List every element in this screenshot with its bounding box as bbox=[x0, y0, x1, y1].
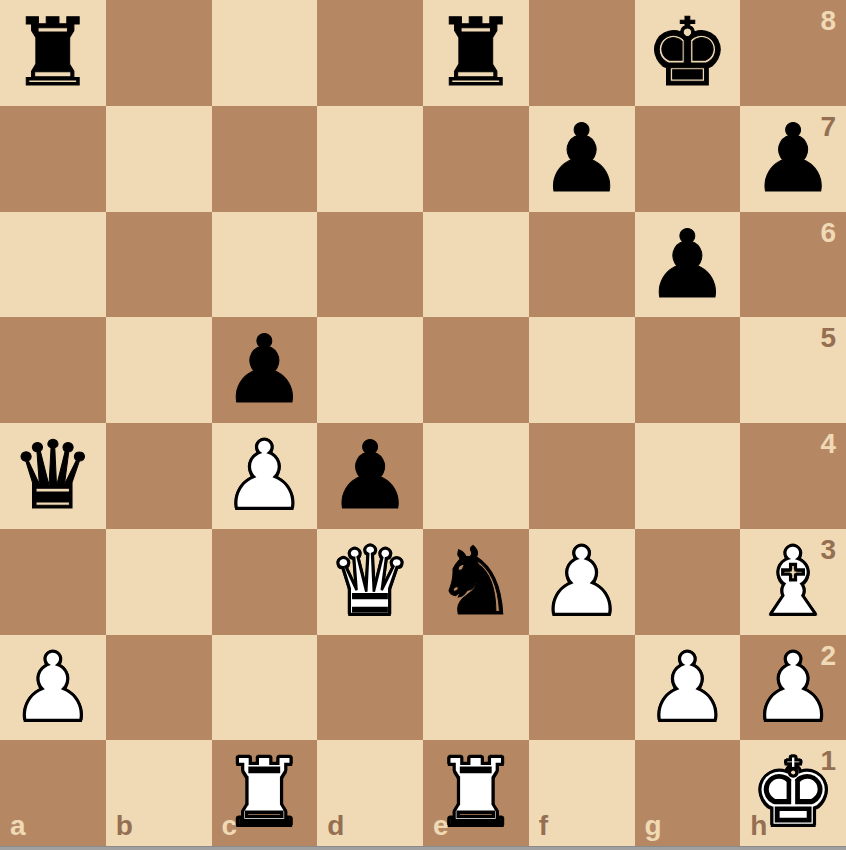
file-label-b: b bbox=[116, 812, 133, 840]
piece-white-queen[interactable]: ♛ bbox=[328, 529, 412, 635]
chess-board: ♜♜♚8♟7♟♟6♟5♛♟♟4♛♞♟3♝♟♟2♟abc♜de♜fg1h♚ bbox=[0, 0, 846, 846]
square-e7[interactable] bbox=[423, 106, 529, 212]
square-f3[interactable]: ♟ bbox=[529, 529, 635, 635]
square-h2[interactable]: 2♟ bbox=[740, 635, 846, 741]
square-a1[interactable]: a bbox=[0, 740, 106, 846]
square-g6[interactable]: ♟ bbox=[635, 212, 741, 318]
square-e2[interactable] bbox=[423, 635, 529, 741]
square-a7[interactable] bbox=[0, 106, 106, 212]
square-d2[interactable] bbox=[317, 635, 423, 741]
square-h6[interactable]: 6 bbox=[740, 212, 846, 318]
square-d7[interactable] bbox=[317, 106, 423, 212]
rank-label-8: 8 bbox=[820, 7, 836, 35]
file-label-a: a bbox=[10, 812, 26, 840]
square-e1[interactable]: e♜ bbox=[423, 740, 529, 846]
square-f6[interactable] bbox=[529, 212, 635, 318]
piece-white-pawn[interactable]: ♟ bbox=[11, 635, 95, 741]
square-g1[interactable]: g bbox=[635, 740, 741, 846]
bottom-strip bbox=[0, 846, 846, 850]
piece-black-pawn[interactable]: ♟ bbox=[222, 317, 306, 423]
square-d6[interactable] bbox=[317, 212, 423, 318]
square-a6[interactable] bbox=[0, 212, 106, 318]
square-g5[interactable] bbox=[635, 317, 741, 423]
square-h8[interactable]: 8 bbox=[740, 0, 846, 106]
square-d8[interactable] bbox=[317, 0, 423, 106]
piece-white-king[interactable]: ♚ bbox=[751, 740, 835, 846]
square-f2[interactable] bbox=[529, 635, 635, 741]
piece-white-rook[interactable]: ♜ bbox=[434, 740, 518, 846]
piece-white-bishop[interactable]: ♝ bbox=[751, 529, 835, 635]
piece-black-pawn[interactable]: ♟ bbox=[751, 106, 835, 212]
square-h5[interactable]: 5 bbox=[740, 317, 846, 423]
piece-white-rook[interactable]: ♜ bbox=[222, 740, 306, 846]
square-c4[interactable]: ♟ bbox=[212, 423, 318, 529]
square-f1[interactable]: f bbox=[529, 740, 635, 846]
square-c7[interactable] bbox=[212, 106, 318, 212]
square-b7[interactable] bbox=[106, 106, 212, 212]
square-h7[interactable]: 7♟ bbox=[740, 106, 846, 212]
square-c3[interactable] bbox=[212, 529, 318, 635]
square-d1[interactable]: d bbox=[317, 740, 423, 846]
square-b3[interactable] bbox=[106, 529, 212, 635]
rank-label-6: 6 bbox=[820, 219, 836, 247]
rank-label-4: 4 bbox=[820, 430, 836, 458]
square-d3[interactable]: ♛ bbox=[317, 529, 423, 635]
square-b6[interactable] bbox=[106, 212, 212, 318]
piece-white-pawn[interactable]: ♟ bbox=[751, 635, 835, 741]
square-c5[interactable]: ♟ bbox=[212, 317, 318, 423]
square-h1[interactable]: 1h♚ bbox=[740, 740, 846, 846]
piece-black-king[interactable]: ♚ bbox=[645, 0, 729, 106]
square-c6[interactable] bbox=[212, 212, 318, 318]
square-g4[interactable] bbox=[635, 423, 741, 529]
rank-label-5: 5 bbox=[820, 324, 836, 352]
piece-black-pawn[interactable]: ♟ bbox=[645, 212, 729, 318]
square-f4[interactable] bbox=[529, 423, 635, 529]
square-a3[interactable] bbox=[0, 529, 106, 635]
square-e3[interactable]: ♞ bbox=[423, 529, 529, 635]
file-label-f: f bbox=[539, 812, 548, 840]
square-f7[interactable]: ♟ bbox=[529, 106, 635, 212]
piece-black-queen[interactable]: ♛ bbox=[11, 423, 95, 529]
square-b1[interactable]: b bbox=[106, 740, 212, 846]
square-d5[interactable] bbox=[317, 317, 423, 423]
square-b2[interactable] bbox=[106, 635, 212, 741]
square-e5[interactable] bbox=[423, 317, 529, 423]
square-h4[interactable]: 4 bbox=[740, 423, 846, 529]
square-c2[interactable] bbox=[212, 635, 318, 741]
square-g2[interactable]: ♟ bbox=[635, 635, 741, 741]
square-a8[interactable]: ♜ bbox=[0, 0, 106, 106]
square-a5[interactable] bbox=[0, 317, 106, 423]
file-label-g: g bbox=[645, 812, 662, 840]
square-d4[interactable]: ♟ bbox=[317, 423, 423, 529]
square-b5[interactable] bbox=[106, 317, 212, 423]
piece-white-pawn[interactable]: ♟ bbox=[645, 635, 729, 741]
piece-black-knight[interactable]: ♞ bbox=[434, 529, 518, 635]
square-c1[interactable]: c♜ bbox=[212, 740, 318, 846]
piece-white-pawn[interactable]: ♟ bbox=[539, 529, 623, 635]
square-e4[interactable] bbox=[423, 423, 529, 529]
piece-black-rook[interactable]: ♜ bbox=[11, 0, 95, 106]
square-f5[interactable] bbox=[529, 317, 635, 423]
square-g8[interactable]: ♚ bbox=[635, 0, 741, 106]
square-a2[interactable]: ♟ bbox=[0, 635, 106, 741]
square-g3[interactable] bbox=[635, 529, 741, 635]
piece-black-rook[interactable]: ♜ bbox=[434, 0, 518, 106]
square-b8[interactable] bbox=[106, 0, 212, 106]
square-a4[interactable]: ♛ bbox=[0, 423, 106, 529]
piece-white-pawn[interactable]: ♟ bbox=[222, 423, 306, 529]
square-e6[interactable] bbox=[423, 212, 529, 318]
chess-board-container: ♜♜♚8♟7♟♟6♟5♛♟♟4♛♞♟3♝♟♟2♟abc♜de♜fg1h♚ bbox=[0, 0, 846, 850]
file-label-d: d bbox=[327, 812, 344, 840]
piece-black-pawn[interactable]: ♟ bbox=[328, 423, 412, 529]
square-c8[interactable] bbox=[212, 0, 318, 106]
square-f8[interactable] bbox=[529, 0, 635, 106]
square-b4[interactable] bbox=[106, 423, 212, 529]
square-h3[interactable]: 3♝ bbox=[740, 529, 846, 635]
square-g7[interactable] bbox=[635, 106, 741, 212]
piece-black-pawn[interactable]: ♟ bbox=[539, 106, 623, 212]
square-e8[interactable]: ♜ bbox=[423, 0, 529, 106]
